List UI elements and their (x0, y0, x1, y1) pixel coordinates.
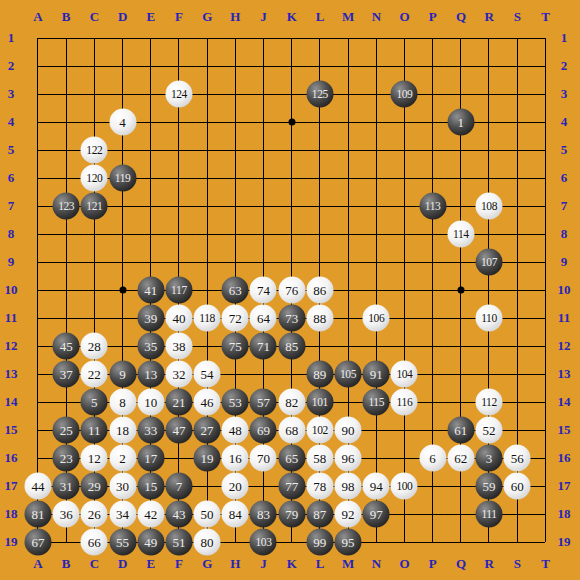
stone-black-17-E16[interactable]: 17 (137, 445, 164, 472)
stone-black-119-D6[interactable]: 119 (109, 165, 136, 192)
intersection-E5[interactable] (137, 136, 165, 164)
stone-white-82-K14[interactable]: 82 (278, 389, 305, 416)
intersection-K8[interactable] (278, 220, 306, 248)
stone-white-124-F3[interactable]: 124 (165, 81, 192, 108)
intersection-A16[interactable] (24, 444, 52, 472)
intersection-T12[interactable] (531, 332, 559, 360)
intersection-N6[interactable] (362, 164, 390, 192)
intersection-N15[interactable] (362, 416, 390, 444)
intersection-S8[interactable] (503, 220, 531, 248)
intersection-E19[interactable]: 49 (137, 528, 165, 556)
intersection-K17[interactable]: 77 (278, 472, 306, 500)
intersection-P13[interactable] (419, 360, 447, 388)
intersection-L2[interactable] (306, 52, 334, 80)
stone-black-27-G15[interactable]: 27 (194, 417, 221, 444)
intersection-J15[interactable]: 69 (249, 416, 277, 444)
intersection-F4[interactable] (165, 108, 193, 136)
intersection-B15[interactable]: 25 (52, 416, 80, 444)
stone-white-8-D14[interactable]: 8 (109, 389, 136, 416)
intersection-S14[interactable] (503, 388, 531, 416)
intersection-E12[interactable]: 35 (137, 332, 165, 360)
stone-white-38-F12[interactable]: 38 (165, 333, 192, 360)
intersection-L11[interactable]: 88 (306, 304, 334, 332)
intersection-T7[interactable] (531, 192, 559, 220)
intersection-A17[interactable]: 44 (24, 472, 52, 500)
intersection-N3[interactable] (362, 80, 390, 108)
intersection-G6[interactable] (193, 164, 221, 192)
intersection-P8[interactable] (419, 220, 447, 248)
stone-white-110-R11[interactable]: 110 (475, 305, 502, 332)
intersection-J13[interactable] (249, 360, 277, 388)
intersection-P7[interactable]: 113 (419, 192, 447, 220)
intersection-R8[interactable] (475, 220, 503, 248)
intersection-H12[interactable]: 75 (221, 332, 249, 360)
intersection-O2[interactable] (390, 52, 418, 80)
intersection-A15[interactable] (24, 416, 52, 444)
intersection-L10[interactable]: 86 (306, 276, 334, 304)
intersection-K16[interactable]: 65 (278, 444, 306, 472)
intersection-A6[interactable] (24, 164, 52, 192)
intersection-C15[interactable]: 11 (80, 416, 108, 444)
intersection-N7[interactable] (362, 192, 390, 220)
stone-black-3-R16[interactable]: 3 (475, 445, 502, 472)
intersection-N11[interactable]: 106 (362, 304, 390, 332)
stone-white-6-P16[interactable]: 6 (419, 445, 446, 472)
intersection-E10[interactable]: 41 (137, 276, 165, 304)
intersection-H7[interactable] (221, 192, 249, 220)
intersection-G5[interactable] (193, 136, 221, 164)
intersection-J19[interactable]: 103 (249, 528, 277, 556)
intersection-E6[interactable] (137, 164, 165, 192)
intersection-T1[interactable] (531, 24, 559, 52)
stone-white-60-S17[interactable]: 60 (504, 473, 531, 500)
intersection-J2[interactable] (249, 52, 277, 80)
intersection-M1[interactable] (334, 24, 362, 52)
intersection-D16[interactable]: 2 (108, 444, 136, 472)
stone-black-53-H14[interactable]: 53 (222, 389, 249, 416)
stone-white-62-Q16[interactable]: 62 (447, 445, 474, 472)
stone-black-51-F19[interactable]: 51 (165, 529, 192, 556)
intersection-M16[interactable]: 96 (334, 444, 362, 472)
intersection-B8[interactable] (52, 220, 80, 248)
intersection-M18[interactable]: 92 (334, 500, 362, 528)
intersection-H19[interactable] (221, 528, 249, 556)
intersection-R1[interactable] (475, 24, 503, 52)
intersection-G4[interactable] (193, 108, 221, 136)
stone-black-69-J15[interactable]: 69 (250, 417, 277, 444)
intersection-O5[interactable] (390, 136, 418, 164)
intersection-E3[interactable] (137, 80, 165, 108)
stone-white-104-O13[interactable]: 104 (391, 361, 418, 388)
stone-white-30-D17[interactable]: 30 (109, 473, 136, 500)
intersection-S11[interactable] (503, 304, 531, 332)
intersection-A1[interactable] (24, 24, 52, 52)
stone-white-92-M18[interactable]: 92 (335, 501, 362, 528)
intersection-Q16[interactable]: 62 (447, 444, 475, 472)
stone-white-18-D15[interactable]: 18 (109, 417, 136, 444)
intersection-M13[interactable]: 105 (334, 360, 362, 388)
intersection-A9[interactable] (24, 248, 52, 276)
intersection-G9[interactable] (193, 248, 221, 276)
intersection-E4[interactable] (137, 108, 165, 136)
intersection-A14[interactable] (24, 388, 52, 416)
intersection-S15[interactable] (503, 416, 531, 444)
intersection-Q7[interactable] (447, 192, 475, 220)
intersection-L5[interactable] (306, 136, 334, 164)
stone-white-52-R15[interactable]: 52 (475, 417, 502, 444)
stone-white-70-J16[interactable]: 70 (250, 445, 277, 472)
intersection-H9[interactable] (221, 248, 249, 276)
intersection-F15[interactable]: 47 (165, 416, 193, 444)
intersection-L6[interactable] (306, 164, 334, 192)
intersection-T14[interactable] (531, 388, 559, 416)
stone-black-77-K17[interactable]: 77 (278, 473, 305, 500)
intersection-B3[interactable] (52, 80, 80, 108)
intersection-O12[interactable] (390, 332, 418, 360)
intersection-M3[interactable] (334, 80, 362, 108)
intersection-R5[interactable] (475, 136, 503, 164)
intersection-M9[interactable] (334, 248, 362, 276)
intersection-R4[interactable] (475, 108, 503, 136)
intersection-M6[interactable] (334, 164, 362, 192)
intersection-Q19[interactable] (447, 528, 475, 556)
intersection-P19[interactable] (419, 528, 447, 556)
stone-white-66-C19[interactable]: 66 (81, 529, 108, 556)
intersection-H11[interactable]: 72 (221, 304, 249, 332)
intersection-F13[interactable]: 32 (165, 360, 193, 388)
intersection-G11[interactable]: 118 (193, 304, 221, 332)
intersection-P16[interactable]: 6 (419, 444, 447, 472)
intersection-P9[interactable] (419, 248, 447, 276)
stone-white-122-C5[interactable]: 122 (81, 137, 108, 164)
intersection-N19[interactable] (362, 528, 390, 556)
stone-black-37-B13[interactable]: 37 (53, 361, 80, 388)
intersection-K13[interactable] (278, 360, 306, 388)
stone-white-72-H11[interactable]: 72 (222, 305, 249, 332)
intersection-T13[interactable] (531, 360, 559, 388)
intersection-M12[interactable] (334, 332, 362, 360)
intersection-J1[interactable] (249, 24, 277, 52)
intersection-T11[interactable] (531, 304, 559, 332)
intersection-M11[interactable] (334, 304, 362, 332)
intersection-O9[interactable] (390, 248, 418, 276)
intersection-A7[interactable] (24, 192, 52, 220)
intersection-P10[interactable] (419, 276, 447, 304)
intersection-L15[interactable]: 102 (306, 416, 334, 444)
intersection-S5[interactable] (503, 136, 531, 164)
intersection-O1[interactable] (390, 24, 418, 52)
intersection-L16[interactable]: 58 (306, 444, 334, 472)
intersection-E11[interactable]: 39 (137, 304, 165, 332)
intersection-T6[interactable] (531, 164, 559, 192)
intersection-S2[interactable] (503, 52, 531, 80)
stone-white-36-B18[interactable]: 36 (53, 501, 80, 528)
intersection-J18[interactable]: 83 (249, 500, 277, 528)
intersection-P18[interactable] (419, 500, 447, 528)
intersection-P3[interactable] (419, 80, 447, 108)
intersection-T3[interactable] (531, 80, 559, 108)
intersection-O11[interactable] (390, 304, 418, 332)
stone-black-57-J14[interactable]: 57 (250, 389, 277, 416)
intersection-O18[interactable] (390, 500, 418, 528)
stone-white-44-A17[interactable]: 44 (24, 473, 51, 500)
intersection-Q4[interactable]: 1 (447, 108, 475, 136)
intersection-H3[interactable] (221, 80, 249, 108)
intersection-R6[interactable] (475, 164, 503, 192)
stone-black-5-C14[interactable]: 5 (81, 389, 108, 416)
intersection-R19[interactable] (475, 528, 503, 556)
intersection-S7[interactable] (503, 192, 531, 220)
stone-black-87-L18[interactable]: 87 (306, 501, 333, 528)
intersection-C12[interactable]: 28 (80, 332, 108, 360)
stone-white-112-R14[interactable]: 112 (475, 389, 502, 416)
stone-white-100-O17[interactable]: 100 (391, 473, 418, 500)
intersection-R13[interactable] (475, 360, 503, 388)
intersection-T16[interactable] (531, 444, 559, 472)
stone-black-121-C7[interactable]: 121 (81, 193, 108, 220)
intersection-K12[interactable]: 85 (278, 332, 306, 360)
intersection-M17[interactable]: 98 (334, 472, 362, 500)
intersection-F8[interactable] (165, 220, 193, 248)
intersection-C17[interactable]: 29 (80, 472, 108, 500)
intersection-F12[interactable]: 38 (165, 332, 193, 360)
stone-black-21-F14[interactable]: 21 (165, 389, 192, 416)
intersection-A2[interactable] (24, 52, 52, 80)
intersection-F19[interactable]: 51 (165, 528, 193, 556)
intersection-G16[interactable]: 19 (193, 444, 221, 472)
stone-black-63-H10[interactable]: 63 (222, 277, 249, 304)
stone-black-65-K16[interactable]: 65 (278, 445, 305, 472)
intersection-C19[interactable]: 66 (80, 528, 108, 556)
intersection-H13[interactable] (221, 360, 249, 388)
intersection-M14[interactable] (334, 388, 362, 416)
intersection-R10[interactable] (475, 276, 503, 304)
stone-black-73-K11[interactable]: 73 (278, 305, 305, 332)
intersection-T18[interactable] (531, 500, 559, 528)
intersection-T15[interactable] (531, 416, 559, 444)
intersection-P4[interactable] (419, 108, 447, 136)
intersection-E15[interactable]: 33 (137, 416, 165, 444)
intersection-G8[interactable] (193, 220, 221, 248)
intersection-S6[interactable] (503, 164, 531, 192)
intersection-H2[interactable] (221, 52, 249, 80)
intersection-N4[interactable] (362, 108, 390, 136)
stone-white-40-F11[interactable]: 40 (165, 305, 192, 332)
stone-black-99-L19[interactable]: 99 (306, 529, 333, 556)
intersection-B9[interactable] (52, 248, 80, 276)
intersection-H8[interactable] (221, 220, 249, 248)
stone-black-105-M13[interactable]: 105 (335, 361, 362, 388)
intersection-B14[interactable] (52, 388, 80, 416)
stone-white-80-G19[interactable]: 80 (194, 529, 221, 556)
intersection-G2[interactable] (193, 52, 221, 80)
intersection-E18[interactable]: 42 (137, 500, 165, 528)
intersection-K2[interactable] (278, 52, 306, 80)
intersection-K19[interactable] (278, 528, 306, 556)
stone-white-58-L16[interactable]: 58 (306, 445, 333, 472)
intersection-M8[interactable] (334, 220, 362, 248)
intersection-A4[interactable] (24, 108, 52, 136)
stone-white-50-G18[interactable]: 50 (194, 501, 221, 528)
intersection-N9[interactable] (362, 248, 390, 276)
intersection-Q15[interactable]: 61 (447, 416, 475, 444)
stone-white-98-M17[interactable]: 98 (335, 473, 362, 500)
stone-black-117-F10[interactable]: 117 (165, 277, 192, 304)
stone-black-113-P7[interactable]: 113 (419, 193, 446, 220)
intersection-O4[interactable] (390, 108, 418, 136)
intersection-K3[interactable] (278, 80, 306, 108)
intersection-F3[interactable]: 124 (165, 80, 193, 108)
stone-black-15-E17[interactable]: 15 (137, 473, 164, 500)
stone-white-78-L17[interactable]: 78 (306, 473, 333, 500)
intersection-S3[interactable] (503, 80, 531, 108)
intersection-F9[interactable] (165, 248, 193, 276)
intersection-N13[interactable]: 91 (362, 360, 390, 388)
intersection-K18[interactable]: 79 (278, 500, 306, 528)
intersection-L8[interactable] (306, 220, 334, 248)
intersection-F11[interactable]: 40 (165, 304, 193, 332)
stone-black-83-J18[interactable]: 83 (250, 501, 277, 528)
intersection-C6[interactable]: 120 (80, 164, 108, 192)
intersection-H17[interactable]: 20 (221, 472, 249, 500)
intersection-D6[interactable]: 119 (108, 164, 136, 192)
stone-black-71-J12[interactable]: 71 (250, 333, 277, 360)
intersection-S10[interactable] (503, 276, 531, 304)
intersection-D15[interactable]: 18 (108, 416, 136, 444)
stone-black-79-K18[interactable]: 79 (278, 501, 305, 528)
stone-black-13-E13[interactable]: 13 (137, 361, 164, 388)
intersection-K11[interactable]: 73 (278, 304, 306, 332)
intersection-K5[interactable] (278, 136, 306, 164)
intersection-B5[interactable] (52, 136, 80, 164)
stone-white-16-H16[interactable]: 16 (222, 445, 249, 472)
intersection-E7[interactable] (137, 192, 165, 220)
intersection-B7[interactable]: 123 (52, 192, 80, 220)
intersection-K1[interactable] (278, 24, 306, 52)
intersection-O6[interactable] (390, 164, 418, 192)
intersection-G1[interactable] (193, 24, 221, 52)
intersection-R15[interactable]: 52 (475, 416, 503, 444)
stone-black-123-B7[interactable]: 123 (53, 193, 80, 220)
intersection-C5[interactable]: 122 (80, 136, 108, 164)
intersection-O19[interactable] (390, 528, 418, 556)
stone-black-45-B12[interactable]: 45 (53, 333, 80, 360)
intersection-Q14[interactable] (447, 388, 475, 416)
stone-black-91-N13[interactable]: 91 (363, 361, 390, 388)
intersection-S17[interactable]: 60 (503, 472, 531, 500)
intersection-L18[interactable]: 87 (306, 500, 334, 528)
intersection-R3[interactable] (475, 80, 503, 108)
intersection-R18[interactable]: 111 (475, 500, 503, 528)
stone-black-111-R18[interactable]: 111 (475, 501, 502, 528)
intersection-Q13[interactable] (447, 360, 475, 388)
intersection-A18[interactable]: 81 (24, 500, 52, 528)
intersection-J6[interactable] (249, 164, 277, 192)
intersection-P15[interactable] (419, 416, 447, 444)
intersection-D9[interactable] (108, 248, 136, 276)
stone-white-84-H18[interactable]: 84 (222, 501, 249, 528)
intersection-B19[interactable] (52, 528, 80, 556)
intersection-D17[interactable]: 30 (108, 472, 136, 500)
intersection-B4[interactable] (52, 108, 80, 136)
intersection-E14[interactable]: 10 (137, 388, 165, 416)
stone-white-46-G14[interactable]: 46 (194, 389, 221, 416)
intersection-K4[interactable] (278, 108, 306, 136)
intersection-Q1[interactable] (447, 24, 475, 52)
intersection-C14[interactable]: 5 (80, 388, 108, 416)
stone-black-29-C17[interactable]: 29 (81, 473, 108, 500)
stone-white-108-R7[interactable]: 108 (475, 193, 502, 220)
stone-black-1-Q4[interactable]: 1 (447, 109, 474, 136)
stone-white-118-G11[interactable]: 118 (194, 305, 221, 332)
stone-black-115-N14[interactable]: 115 (363, 389, 390, 416)
intersection-E16[interactable]: 17 (137, 444, 165, 472)
stone-black-35-E12[interactable]: 35 (137, 333, 164, 360)
intersection-M2[interactable] (334, 52, 362, 80)
intersection-D12[interactable] (108, 332, 136, 360)
intersection-J14[interactable]: 57 (249, 388, 277, 416)
stone-black-31-B17[interactable]: 31 (53, 473, 80, 500)
intersection-G13[interactable]: 54 (193, 360, 221, 388)
stone-white-2-D16[interactable]: 2 (109, 445, 136, 472)
intersection-O13[interactable]: 104 (390, 360, 418, 388)
intersection-G19[interactable]: 80 (193, 528, 221, 556)
intersection-C3[interactable] (80, 80, 108, 108)
intersection-A8[interactable] (24, 220, 52, 248)
intersection-F2[interactable] (165, 52, 193, 80)
intersection-F10[interactable]: 117 (165, 276, 193, 304)
intersection-A5[interactable] (24, 136, 52, 164)
intersection-J8[interactable] (249, 220, 277, 248)
intersection-C16[interactable]: 12 (80, 444, 108, 472)
intersection-C13[interactable]: 22 (80, 360, 108, 388)
intersection-E9[interactable] (137, 248, 165, 276)
intersection-R9[interactable]: 107 (475, 248, 503, 276)
intersection-C9[interactable] (80, 248, 108, 276)
intersection-H6[interactable] (221, 164, 249, 192)
stone-white-4-D4[interactable]: 4 (109, 109, 136, 136)
intersection-L4[interactable] (306, 108, 334, 136)
intersection-D2[interactable] (108, 52, 136, 80)
intersection-D13[interactable]: 9 (108, 360, 136, 388)
intersection-H16[interactable]: 16 (221, 444, 249, 472)
stone-white-106-N11[interactable]: 106 (363, 305, 390, 332)
intersection-C8[interactable] (80, 220, 108, 248)
intersection-L1[interactable] (306, 24, 334, 52)
intersection-H1[interactable] (221, 24, 249, 52)
intersection-S1[interactable] (503, 24, 531, 52)
intersection-Q9[interactable] (447, 248, 475, 276)
stone-black-75-H12[interactable]: 75 (222, 333, 249, 360)
intersection-C7[interactable]: 121 (80, 192, 108, 220)
intersection-F16[interactable] (165, 444, 193, 472)
intersection-P5[interactable] (419, 136, 447, 164)
intersection-D10[interactable] (108, 276, 136, 304)
intersection-A10[interactable] (24, 276, 52, 304)
stone-white-32-F13[interactable]: 32 (165, 361, 192, 388)
stone-white-96-M16[interactable]: 96 (335, 445, 362, 472)
stone-black-67-A19[interactable]: 67 (24, 529, 51, 556)
intersection-L17[interactable]: 78 (306, 472, 334, 500)
stone-black-95-M19[interactable]: 95 (335, 529, 362, 556)
intersection-K6[interactable] (278, 164, 306, 192)
intersection-B10[interactable] (52, 276, 80, 304)
intersection-C4[interactable] (80, 108, 108, 136)
intersection-F18[interactable]: 43 (165, 500, 193, 528)
intersection-A13[interactable] (24, 360, 52, 388)
intersection-Q18[interactable] (447, 500, 475, 528)
intersection-Q12[interactable] (447, 332, 475, 360)
